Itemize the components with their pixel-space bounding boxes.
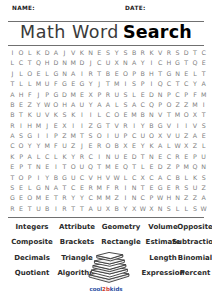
name-label: NAME:: [12, 5, 35, 11]
grid-cell: F: [25, 90, 34, 100]
grid-cell: G: [51, 90, 60, 100]
grid-cell: T: [199, 110, 208, 120]
grid-cell: M: [43, 141, 52, 151]
word-list-item: Percent: [182, 266, 208, 282]
grid-cell: O: [104, 141, 113, 151]
grid-cell: T: [25, 162, 34, 172]
title-light-part: Math Word: [20, 22, 119, 42]
grid-cell: E: [121, 152, 130, 162]
grid-cell: L: [182, 204, 191, 214]
grid-cell: G: [8, 193, 17, 203]
grid-cell: L: [43, 69, 52, 79]
grid-cell: L: [17, 69, 26, 79]
grid-cell: Y: [191, 79, 200, 89]
grid-cell: O: [95, 131, 104, 141]
grid-cell: E: [199, 131, 208, 141]
grid-cell: L: [165, 141, 174, 151]
grid-cell: L: [8, 58, 17, 68]
grid-cell: T: [104, 121, 113, 131]
grid-cell: I: [199, 100, 208, 110]
grid-cell: I: [147, 58, 156, 68]
grid-cell: S: [199, 173, 208, 183]
word-list-item: Subtraction: [182, 235, 208, 251]
grid-cell: K: [69, 110, 78, 120]
grid-cell: P: [165, 90, 174, 100]
grid-cell: N: [156, 90, 165, 100]
logo-mid: 2b: [102, 286, 110, 292]
grid-cell: G: [156, 183, 165, 193]
grid-cell: C: [138, 100, 147, 110]
grid-cell: L: [95, 110, 104, 120]
grid-cell: J: [86, 58, 95, 68]
grid-cell: L: [182, 173, 191, 183]
grid-cell: A: [130, 100, 139, 110]
grid-cell: B: [8, 110, 17, 120]
grid-cell: Z: [182, 193, 191, 203]
grid-cell: W: [199, 204, 208, 214]
grid-cell: C: [8, 141, 17, 151]
grid-cell: R: [78, 152, 87, 162]
grid-cell: R: [8, 121, 17, 131]
grid-cell: Z: [165, 162, 174, 172]
grid-cell: E: [43, 193, 52, 203]
grid-cell: S: [130, 79, 139, 89]
grid-cell: T: [130, 162, 139, 172]
grid-cell: U: [112, 152, 121, 162]
grid-cell: P: [173, 162, 182, 172]
grid-cell: C: [138, 193, 147, 203]
grid-cell: B: [8, 100, 17, 110]
title-bold-part: Search: [123, 22, 192, 42]
grid-cell: M: [34, 193, 43, 203]
grid-cell: L: [17, 79, 26, 89]
grid-cell: E: [156, 152, 165, 162]
grid-cell: B: [147, 121, 156, 131]
grid-cell: Y: [78, 193, 87, 203]
grid-cell: M: [112, 79, 121, 89]
grid-cell: Z: [199, 183, 208, 193]
grid-cell: E: [17, 100, 26, 110]
grid-cell: V: [165, 121, 174, 131]
grid-cell: C: [130, 173, 139, 183]
grid-cell: D: [130, 152, 139, 162]
grid-cell: X: [147, 204, 156, 214]
grid-cell: X: [138, 173, 147, 183]
grid-cell: C: [95, 58, 104, 68]
grid-cell: Y: [34, 100, 43, 110]
grid-cell: G: [95, 121, 104, 131]
grid-cell: I: [51, 204, 60, 214]
grid-cell: N: [104, 152, 113, 162]
grid-cell: S: [121, 48, 130, 58]
word-list-item: Expression: [144, 266, 182, 282]
letter-grid: IOLKDAJVKNESYSBRKVRSDTCLCTQHDNMDJCUXNAYI…: [8, 48, 208, 214]
grid-cell: E: [112, 69, 121, 79]
grid-cell: C: [86, 152, 95, 162]
grid-cell: I: [34, 173, 43, 183]
grid-cell: T: [8, 173, 17, 183]
grid-cell: R: [8, 204, 17, 214]
grid-cell: E: [8, 162, 17, 172]
grid-cell: R: [60, 193, 69, 203]
logo-right: kids: [110, 286, 123, 292]
grid-cell: T: [25, 204, 34, 214]
grid-cell: P: [95, 90, 104, 100]
grid-cell: B: [112, 204, 121, 214]
grid-cell: S: [165, 204, 174, 214]
grid-cell: M: [173, 110, 182, 120]
grid-cell: E: [130, 141, 139, 151]
grid-cell: B: [173, 173, 182, 183]
grid-cell: Z: [182, 100, 191, 110]
grid-cell: V: [156, 110, 165, 120]
grid-cell: N: [130, 193, 139, 203]
grid-cell: K: [25, 110, 34, 120]
grid-cell: H: [147, 69, 156, 79]
date-label: DATE:: [125, 5, 146, 11]
grid-cell: T: [78, 131, 87, 141]
grid-cell: R: [60, 204, 69, 214]
grid-cell: E: [138, 90, 147, 100]
grid-cell: Z: [182, 131, 191, 141]
grid-cell: I: [78, 69, 87, 79]
grid-cell: W: [173, 141, 182, 151]
grid-cell: C: [165, 79, 174, 89]
grid-cell: O: [25, 69, 34, 79]
grid-cell: N: [60, 69, 69, 79]
grid-cell: C: [17, 58, 26, 68]
grid-cell: L: [51, 152, 60, 162]
grid-cell: P: [17, 152, 26, 162]
grid-cell: W: [43, 100, 52, 110]
grid-cell: F: [51, 79, 60, 89]
grid-cell: S: [104, 48, 113, 58]
grid-cell: E: [17, 193, 26, 203]
grid-cell: S: [173, 48, 182, 58]
grid-cell: A: [51, 183, 60, 193]
grid-cell: K: [78, 48, 87, 58]
grid-cell: O: [51, 100, 60, 110]
grid-cell: N: [173, 69, 182, 79]
grid-cell: E: [182, 152, 191, 162]
grid-cell: R: [104, 90, 113, 100]
grid-cell: C: [130, 131, 139, 141]
grid-cell: V: [156, 48, 165, 58]
grid-cell: Z: [191, 193, 200, 203]
grid-cell: U: [104, 58, 113, 68]
grid-cell: G: [34, 183, 43, 193]
publisher-logo: cool2bkids: [0, 287, 212, 293]
grid-cell: L: [121, 173, 130, 183]
grid-cell: S: [86, 131, 95, 141]
grid-cell: B: [138, 69, 147, 79]
grid-cell: C: [173, 90, 182, 100]
worksheet-page: NAME: DATE: Math WordSearch IOLKDAJVKNES…: [0, 0, 212, 300]
grid-cell: K: [147, 48, 156, 58]
grid-cell: X: [60, 121, 69, 131]
grid-cell: Y: [43, 173, 52, 183]
grid-cell: T: [78, 204, 87, 214]
grid-cell: I: [121, 193, 130, 203]
grid-cell: I: [86, 110, 95, 120]
grid-cell: E: [78, 183, 87, 193]
grid-divider: [8, 217, 204, 218]
grid-cell: Z: [173, 100, 182, 110]
grid-cell: K: [51, 110, 60, 120]
grid-cell: E: [51, 121, 60, 131]
grid-cell: J: [95, 79, 104, 89]
grid-cell: O: [165, 100, 174, 110]
grid-cell: U: [112, 131, 121, 141]
grid-cell: S: [8, 183, 17, 193]
grid-cell: S: [182, 183, 191, 193]
grid-cell: A: [199, 79, 208, 89]
grid-cell: I: [147, 79, 156, 89]
grid-cell: M: [69, 58, 78, 68]
grid-cell: N: [156, 204, 165, 214]
grid-cell: X: [191, 110, 200, 120]
grid-cell: C: [182, 79, 191, 89]
grid-cell: Q: [156, 79, 165, 89]
grid-cell: V: [165, 131, 174, 141]
grid-cell: Z: [25, 100, 34, 110]
grid-cell: K: [34, 48, 43, 58]
grid-cell: S: [121, 100, 130, 110]
grid-cell: R: [95, 141, 104, 151]
grid-cell: O: [147, 131, 156, 141]
grid-cell: Q: [191, 162, 200, 172]
grid-cell: V: [191, 121, 200, 131]
grid-cell: E: [78, 90, 87, 100]
grid-cell: Y: [25, 141, 34, 151]
grid-cell: X: [121, 141, 130, 151]
grid-cell: T: [156, 69, 165, 79]
grid-cell: B: [138, 110, 147, 120]
grid-cell: I: [95, 152, 104, 162]
grid-cell: E: [95, 48, 104, 58]
grid-cell: O: [112, 110, 121, 120]
grid-cell: Y: [86, 79, 95, 89]
grid-cell: A: [8, 131, 17, 141]
grid-cell: D: [51, 58, 60, 68]
grid-cell: J: [8, 69, 17, 79]
grid-cell: P: [25, 173, 34, 183]
grid-cell: E: [69, 79, 78, 89]
grid-cell: B: [130, 48, 139, 58]
grid-cell: P: [121, 131, 130, 141]
grid-cell: P: [138, 79, 147, 89]
grid-cell: N: [43, 183, 52, 193]
grid-cell: C: [69, 183, 78, 193]
grid-cell: J: [43, 121, 52, 131]
grid-cell: U: [43, 79, 52, 89]
grid-cell: I: [173, 121, 182, 131]
grid-cell: C: [86, 193, 95, 203]
grid-cell: Y: [121, 204, 130, 214]
grid-cell: S: [199, 121, 208, 131]
grid-cell: Z: [69, 141, 78, 151]
grid-cell: Q: [86, 162, 95, 172]
grid-cell: U: [69, 173, 78, 183]
grid-cell: D: [182, 48, 191, 58]
grid-cell: A: [69, 69, 78, 79]
grid-cell: K: [147, 141, 156, 151]
grid-cell: C: [156, 58, 165, 68]
grid-cell: I: [51, 162, 60, 172]
grid-cell: X: [182, 141, 191, 151]
grid-cell: I: [182, 121, 191, 131]
grid-cell: W: [156, 193, 165, 203]
grid-cell: V: [69, 48, 78, 58]
grid-cell: C: [165, 152, 174, 162]
grid-cell: N: [147, 152, 156, 162]
word-list-item: Geometry: [98, 219, 144, 235]
grid-cell: U: [78, 162, 87, 172]
grid-cell: H: [95, 173, 104, 183]
grid-cell: M: [130, 110, 139, 120]
grid-cell: W: [112, 173, 121, 183]
grid-cell: E: [182, 69, 191, 79]
grid-cell: I: [130, 121, 139, 131]
grid-cell: A: [156, 173, 165, 183]
grid-cell: P: [156, 100, 165, 110]
grid-cell: L: [130, 90, 139, 100]
grid-cell: L: [34, 152, 43, 162]
grid-cell: F: [104, 183, 113, 193]
grid-cell: E: [17, 183, 26, 193]
grid-cell: N: [121, 58, 130, 68]
grid-cell: S: [191, 204, 200, 214]
grid-cell: D: [43, 48, 52, 58]
grid-cell: L: [173, 204, 182, 214]
grid-cell: P: [130, 69, 139, 79]
grid-cell: R: [138, 48, 147, 58]
grid-cell: H: [25, 121, 34, 131]
grid-cell: Y: [138, 58, 147, 68]
grid-cell: R: [121, 121, 130, 131]
grid-cell: M: [95, 183, 104, 193]
grid-cell: V: [43, 110, 52, 120]
grid-cell: Q: [191, 58, 200, 68]
grid-cell: B: [43, 204, 52, 214]
grid-cell: L: [25, 48, 34, 58]
grid-cell: N: [199, 162, 208, 172]
grid-cell: F: [191, 90, 200, 100]
grid-cell: I: [121, 183, 130, 193]
grid-cell: A: [51, 48, 60, 58]
grid-cell: N: [86, 48, 95, 58]
grid-cell: H: [43, 58, 52, 68]
word-list-item: Integers: [8, 219, 56, 235]
grid-cell: U: [199, 152, 208, 162]
grid-cell: U: [95, 204, 104, 214]
grid-cell: Q: [34, 58, 43, 68]
grid-cell: T: [69, 204, 78, 214]
grid-cell: F: [51, 141, 60, 151]
grid-cell: D: [156, 162, 165, 172]
grid-cell: L: [138, 162, 147, 172]
grid-cell: L: [112, 100, 121, 110]
grid-cell: D: [78, 58, 87, 68]
grid-cell: P: [43, 90, 52, 100]
grid-cell: G: [156, 121, 165, 131]
books-stack-icon: [86, 247, 132, 284]
grid-cell: R: [173, 183, 182, 193]
grid-cell: C: [199, 48, 208, 58]
grid-cell: I: [34, 131, 43, 141]
grid-cell: Y: [138, 121, 147, 131]
grid-cell: C: [78, 173, 87, 183]
grid-cell: E: [147, 183, 156, 193]
grid-cell: G: [25, 131, 34, 141]
grid-cell: G: [165, 69, 174, 79]
grid-cell: R: [165, 48, 174, 58]
grid-cell: C: [43, 152, 52, 162]
word-list-item: Opposite: [182, 219, 208, 235]
grid-cell: U: [60, 141, 69, 151]
grid-cell: N: [173, 193, 182, 203]
grid-cell: T: [17, 110, 26, 120]
grid-cell: M: [182, 162, 191, 172]
grid-cell: L: [25, 79, 34, 89]
grid-cell: A: [69, 100, 78, 110]
grid-cell: M: [199, 90, 208, 100]
grid-cell: I: [121, 79, 130, 89]
grid-cell: N: [60, 58, 69, 68]
grid-cell: M: [69, 131, 78, 141]
grid-cell: N: [130, 183, 139, 193]
grid-cell: X: [130, 204, 139, 214]
grid-cell: E: [43, 162, 52, 172]
grid-cell: S: [60, 110, 69, 120]
grid-cell: T: [191, 48, 200, 58]
grid-cell: A: [104, 100, 113, 110]
grid-cell: O: [17, 141, 26, 151]
grid-cell: A: [191, 131, 200, 141]
grid-cell: A: [25, 152, 34, 162]
grid-cell: U: [78, 100, 87, 110]
grid-cell: T: [173, 79, 182, 89]
grid-cell: E: [121, 110, 130, 120]
grid-cell: T: [95, 69, 104, 79]
grid-cell: T: [138, 183, 147, 193]
grid-cell: M: [34, 121, 43, 131]
grid-cell: A: [95, 100, 104, 110]
grid-cell: E: [165, 183, 174, 193]
grid-cell: M: [104, 193, 113, 203]
grid-cell: T: [8, 79, 17, 89]
grid-cell: H: [17, 90, 26, 100]
word-list-item: Binomial: [182, 250, 208, 266]
grid-cell: Z: [191, 141, 200, 151]
grid-cell: P: [182, 90, 191, 100]
grid-cell: N: [147, 110, 156, 120]
grid-cell: P: [17, 162, 26, 172]
grid-cell: Q: [121, 162, 130, 172]
grid-cell: Y: [86, 100, 95, 110]
grid-cell: O: [182, 110, 191, 120]
grid-cell: R: [86, 69, 95, 79]
grid-cell: T: [199, 69, 208, 79]
grid-cell: E: [34, 69, 43, 79]
title-divider: [8, 45, 204, 46]
grid-cell: Y: [112, 48, 121, 58]
grid-cell: G: [173, 58, 182, 68]
grid-cell: X: [104, 204, 113, 214]
grid-cell: T: [51, 193, 60, 203]
grid-cell: M: [34, 79, 43, 89]
grid-cell: R: [112, 183, 121, 193]
